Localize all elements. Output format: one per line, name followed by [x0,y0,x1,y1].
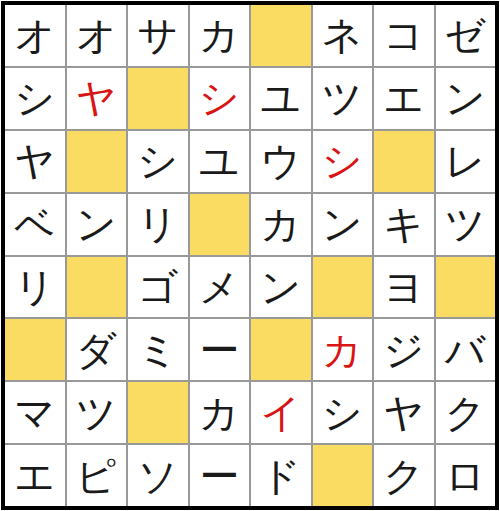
letter-cell-r1c8[interactable]: ゼ [436,5,496,66]
letter-cell-r6c2[interactable]: ダ [67,319,127,380]
letter-cell-r3c5[interactable]: ウ [251,131,311,192]
letter-cell-r3c4[interactable]: ユ [190,131,250,192]
block-cell-r6c5[interactable] [251,319,311,380]
letter-cell-r6c7[interactable]: ジ [374,319,434,380]
crossword-board: オオサカネコゼシヤシユツエンヤシユウシレベンリカンキツリゴメンヨダミーカジバマツ… [1,1,499,510]
letter-cell-r6c8[interactable]: バ [436,319,496,380]
letter-cell-r5c7[interactable]: ヨ [374,257,434,318]
letter-cell-r6c6[interactable]: カ [313,319,373,380]
block-cell-r7c3[interactable] [128,382,188,443]
letter-cell-r6c3[interactable]: ミ [128,319,188,380]
letter-cell-r4c8[interactable]: ツ [436,194,496,255]
block-cell-r4c4[interactable] [190,194,250,255]
letter-cell-r8c2[interactable]: ピ [67,445,127,506]
letter-cell-r4c3[interactable]: リ [128,194,188,255]
block-cell-r5c8[interactable] [436,257,496,318]
letter-cell-r2c1[interactable]: シ [5,68,65,129]
letter-cell-r1c7[interactable]: コ [374,5,434,66]
letter-cell-r7c5[interactable]: イ [251,382,311,443]
letter-cell-r2c6[interactable]: ツ [313,68,373,129]
block-cell-r3c2[interactable] [67,131,127,192]
block-cell-r2c3[interactable] [128,68,188,129]
letter-cell-r7c6[interactable]: シ [313,382,373,443]
letter-cell-r4c1[interactable]: ベ [5,194,65,255]
letter-cell-r1c6[interactable]: ネ [313,5,373,66]
letter-cell-r1c2[interactable]: オ [67,5,127,66]
letter-cell-r7c4[interactable]: カ [190,382,250,443]
letter-cell-r8c4[interactable]: ー [190,445,250,506]
letter-cell-r8c1[interactable]: エ [5,445,65,506]
letter-cell-r3c8[interactable]: レ [436,131,496,192]
letter-cell-r8c5[interactable]: ド [251,445,311,506]
letter-cell-r1c4[interactable]: カ [190,5,250,66]
crossword-page: オオサカネコゼシヤシユツエンヤシユウシレベンリカンキツリゴメンヨダミーカジバマツ… [0,0,500,511]
letter-cell-r2c8[interactable]: ン [436,68,496,129]
letter-cell-r5c4[interactable]: メ [190,257,250,318]
letter-cell-r5c5[interactable]: ン [251,257,311,318]
block-cell-r6c1[interactable] [5,319,65,380]
block-cell-r5c6[interactable] [313,257,373,318]
letter-cell-r5c1[interactable]: リ [5,257,65,318]
letter-cell-r2c2[interactable]: ヤ [67,68,127,129]
letter-cell-r3c1[interactable]: ヤ [5,131,65,192]
letter-cell-r8c7[interactable]: ク [374,445,434,506]
block-cell-r5c2[interactable] [67,257,127,318]
letter-cell-r6c4[interactable]: ー [190,319,250,380]
letter-cell-r2c4[interactable]: シ [190,68,250,129]
block-cell-r3c7[interactable] [374,131,434,192]
block-cell-r1c5[interactable] [251,5,311,66]
letter-cell-r7c1[interactable]: マ [5,382,65,443]
letter-cell-r7c8[interactable]: ク [436,382,496,443]
letter-cell-r4c6[interactable]: ン [313,194,373,255]
letter-cell-r3c6[interactable]: シ [313,131,373,192]
letter-cell-r3c3[interactable]: シ [128,131,188,192]
letter-cell-r2c7[interactable]: エ [374,68,434,129]
letter-cell-r8c3[interactable]: ソ [128,445,188,506]
letter-cell-r1c3[interactable]: サ [128,5,188,66]
letter-cell-r4c5[interactable]: カ [251,194,311,255]
letter-cell-r7c7[interactable]: ヤ [374,382,434,443]
letter-cell-r2c5[interactable]: ユ [251,68,311,129]
letter-cell-r4c2[interactable]: ン [67,194,127,255]
letter-cell-r8c8[interactable]: ロ [436,445,496,506]
letter-cell-r1c1[interactable]: オ [5,5,65,66]
letter-cell-r5c3[interactable]: ゴ [128,257,188,318]
block-cell-r8c6[interactable] [313,445,373,506]
letter-cell-r4c7[interactable]: キ [374,194,434,255]
letter-cell-r7c2[interactable]: ツ [67,382,127,443]
